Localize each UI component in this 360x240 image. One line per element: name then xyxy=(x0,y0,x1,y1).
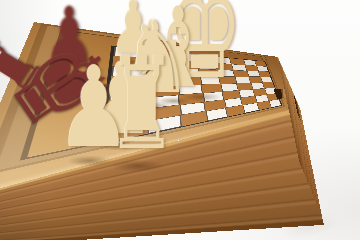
piece-white-rook[interactable]: ♜ xyxy=(108,40,177,168)
ground-shadow xyxy=(264,208,356,240)
photo-stage: ♟♜♟♞♝♚♟♟♟♜♞♚ xyxy=(0,0,360,240)
pieces-layer: ♟♜♟♞♝♚♟♟♟♜♞♚ xyxy=(0,0,360,240)
